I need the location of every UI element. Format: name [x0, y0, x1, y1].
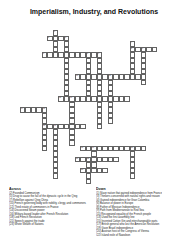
across-clue-list: (2) Founded Communism(5) Drug to cause t…: [9, 191, 94, 226]
grid-cell[interactable]: [102, 168, 108, 174]
down-clue-list: (1) Slave nation that gained independenc…: [96, 191, 186, 237]
clue-number: 18: [81, 147, 83, 149]
page-title: Imperialism, Industry, and Revolutions: [0, 8, 188, 15]
grid-cell[interactable]: [130, 173, 136, 179]
clue-number: 20: [131, 147, 133, 149]
clue-number: 16: [43, 125, 45, 127]
grid-cell[interactable]: [124, 96, 130, 102]
across-clue: (23) Wrote Wealth of Nations: [9, 223, 94, 227]
clue-number: 7: [43, 53, 44, 55]
grid-cell[interactable]: [97, 124, 103, 130]
clue-number: 13: [70, 97, 72, 99]
clue-number: 19: [92, 147, 94, 149]
grid-cell[interactable]: [53, 173, 59, 179]
grid-cell[interactable]: [42, 146, 48, 152]
clue-number: 2: [48, 37, 49, 39]
clue-number: 14: [21, 108, 23, 110]
grid-cell[interactable]: [69, 140, 75, 146]
clue-number: 11: [109, 75, 111, 77]
clue-number: 17: [54, 125, 56, 127]
grid-cell[interactable]: [141, 146, 147, 152]
clue-number: 6: [142, 48, 143, 50]
grid-cell[interactable]: [152, 47, 158, 53]
across-header: Across: [9, 187, 94, 191]
crossword-grid: 1234567891011121314151617181920212223: [14, 30, 174, 186]
clue-number: 9: [98, 53, 99, 55]
down-clues-column: Down (1) Slave nation that gained indepe…: [96, 187, 186, 243]
crossword-page: { "title": "Imperialism, Industry, and R…: [0, 0, 188, 243]
across-clues-column: Across (2) Founded Communism(5) Drug to …: [9, 187, 94, 243]
clue-number: 1: [54, 31, 55, 33]
clue-number: 8: [87, 53, 88, 55]
clue-number: 3: [65, 37, 66, 39]
grid-cell[interactable]: [113, 157, 119, 163]
down-header: Down: [96, 187, 186, 191]
clue-number: 4: [131, 42, 132, 44]
clue-number: 15: [43, 108, 45, 110]
grid-cell[interactable]: [141, 80, 147, 86]
clue-number: 21: [76, 158, 78, 160]
clue-number: 23: [81, 169, 83, 171]
grid-cell[interactable]: [86, 179, 92, 185]
clue-number: 5: [131, 48, 132, 50]
grid-cell[interactable]: [108, 118, 114, 124]
clue-number: 12: [59, 97, 61, 99]
down-clue: (22) Island exile of Napoleon: [96, 233, 186, 237]
clue-number: 10: [76, 75, 78, 77]
grid-cell[interactable]: [80, 124, 86, 130]
clue-number: 22: [87, 158, 89, 160]
